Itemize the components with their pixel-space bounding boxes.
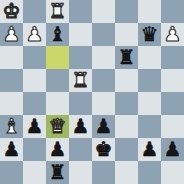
square-h2[interactable]: ♟	[161, 138, 184, 161]
square-e3[interactable]: ♟	[92, 115, 115, 138]
piece-black-rook[interactable]: ♜	[49, 161, 67, 184]
square-f7[interactable]	[115, 23, 138, 46]
square-a4[interactable]	[0, 92, 23, 115]
square-f2[interactable]	[115, 138, 138, 161]
square-d8[interactable]	[69, 0, 92, 23]
piece-black-pawn[interactable]: ♟	[49, 138, 67, 161]
square-c1[interactable]: ♜	[46, 161, 69, 184]
square-h5[interactable]	[161, 69, 184, 92]
square-f5[interactable]	[115, 69, 138, 92]
piece-white-pawn[interactable]: ♟	[26, 23, 44, 46]
square-b6[interactable]	[23, 46, 46, 69]
square-h8[interactable]	[161, 0, 184, 23]
square-g5[interactable]	[138, 69, 161, 92]
piece-black-pawn[interactable]: ♟	[3, 138, 21, 161]
square-h4[interactable]	[161, 92, 184, 115]
piece-white-king[interactable]: ♚	[3, 0, 21, 23]
square-d1[interactable]	[69, 161, 92, 184]
piece-black-pawn[interactable]: ♟	[72, 115, 90, 138]
square-b1[interactable]	[23, 161, 46, 184]
square-a5[interactable]	[0, 69, 23, 92]
piece-white-rook[interactable]: ♜	[72, 69, 90, 92]
square-h1[interactable]	[161, 161, 184, 184]
piece-black-pawn[interactable]: ♟	[141, 138, 159, 161]
square-b2[interactable]	[23, 138, 46, 161]
square-f4[interactable]	[115, 92, 138, 115]
square-a8[interactable]: ♚	[0, 0, 23, 23]
square-g6[interactable]	[138, 46, 161, 69]
square-b3[interactable]: ♟	[23, 115, 46, 138]
square-b7[interactable]: ♟	[23, 23, 46, 46]
piece-black-king[interactable]: ♚	[95, 138, 113, 161]
square-g2[interactable]: ♟	[138, 138, 161, 161]
piece-white-pawn[interactable]: ♟	[164, 23, 182, 46]
square-d7[interactable]	[69, 23, 92, 46]
square-d2[interactable]	[69, 138, 92, 161]
square-e2[interactable]: ♚	[92, 138, 115, 161]
square-h3[interactable]	[161, 115, 184, 138]
square-e5[interactable]	[92, 69, 115, 92]
square-f1[interactable]	[115, 161, 138, 184]
square-c4[interactable]	[46, 92, 69, 115]
square-b8[interactable]	[23, 0, 46, 23]
square-a1[interactable]	[0, 161, 23, 184]
square-c8[interactable]: ♜	[46, 0, 69, 23]
square-e7[interactable]	[92, 23, 115, 46]
square-d3[interactable]: ♟	[69, 115, 92, 138]
square-c2[interactable]: ♟	[46, 138, 69, 161]
square-a3[interactable]: ♝	[0, 115, 23, 138]
square-g4[interactable]	[138, 92, 161, 115]
chess-board: ♚♜♟♟♝♛♟♜♜♝♟♛♟♟♟♟♚♟♟♜	[0, 0, 184, 184]
piece-white-rook[interactable]: ♜	[49, 0, 67, 23]
piece-white-bishop[interactable]: ♝	[3, 115, 21, 138]
square-g7[interactable]: ♛	[138, 23, 161, 46]
square-f8[interactable]	[115, 0, 138, 23]
square-e8[interactable]	[92, 0, 115, 23]
square-a7[interactable]: ♟	[0, 23, 23, 46]
square-d4[interactable]	[69, 92, 92, 115]
square-f6[interactable]: ♜	[115, 46, 138, 69]
piece-black-pawn[interactable]: ♟	[164, 138, 182, 161]
square-a2[interactable]: ♟	[0, 138, 23, 161]
square-g3[interactable]	[138, 115, 161, 138]
piece-black-rook[interactable]: ♜	[118, 46, 136, 69]
square-g1[interactable]	[138, 161, 161, 184]
piece-black-bishop[interactable]: ♝	[49, 23, 67, 46]
piece-white-queen[interactable]: ♛	[49, 115, 67, 138]
square-f3[interactable]	[115, 115, 138, 138]
square-d5[interactable]: ♜	[69, 69, 92, 92]
square-c6[interactable]	[46, 46, 69, 69]
square-a6[interactable]	[0, 46, 23, 69]
piece-black-pawn[interactable]: ♟	[95, 115, 113, 138]
square-g8[interactable]	[138, 0, 161, 23]
square-e4[interactable]	[92, 92, 115, 115]
piece-black-pawn[interactable]: ♟	[26, 115, 44, 138]
square-e6[interactable]	[92, 46, 115, 69]
square-c5[interactable]	[46, 69, 69, 92]
square-d6[interactable]	[69, 46, 92, 69]
square-c7[interactable]: ♝	[46, 23, 69, 46]
square-h7[interactable]: ♟	[161, 23, 184, 46]
piece-black-queen[interactable]: ♛	[141, 23, 159, 46]
square-b5[interactable]	[23, 69, 46, 92]
square-c3[interactable]: ♛	[46, 115, 69, 138]
square-e1[interactable]	[92, 161, 115, 184]
square-b4[interactable]	[23, 92, 46, 115]
square-h6[interactable]	[161, 46, 184, 69]
piece-white-pawn[interactable]: ♟	[3, 23, 21, 46]
